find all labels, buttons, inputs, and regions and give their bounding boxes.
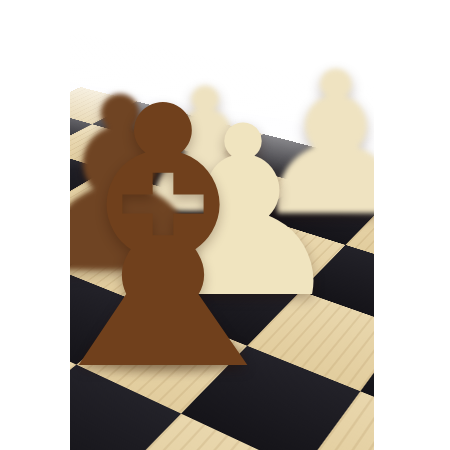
photo-frame: ♝♟♟♟♟ (70, 0, 374, 450)
piece-black-bishop-e4: ♝ (70, 61, 343, 421)
